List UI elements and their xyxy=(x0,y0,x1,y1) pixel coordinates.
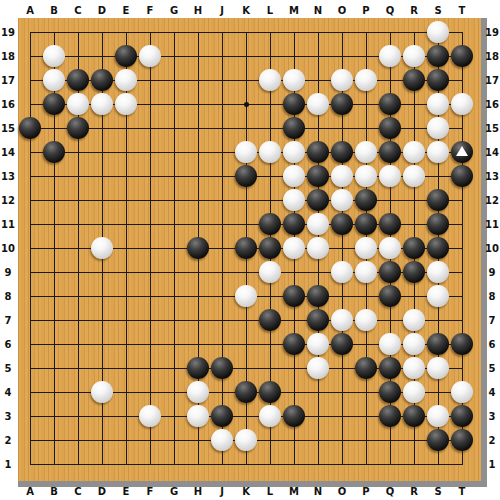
column-label-top: R xyxy=(410,5,418,16)
column-label-top: C xyxy=(74,5,81,16)
stone-black[interactable] xyxy=(403,237,425,259)
stone-black[interactable] xyxy=(427,429,449,451)
column-label-top: D xyxy=(98,5,106,16)
row-label-right: 1 xyxy=(489,459,496,470)
stone-white[interactable] xyxy=(379,237,401,259)
column-label-bottom: F xyxy=(147,486,154,497)
stone-black[interactable] xyxy=(307,165,329,187)
row-label-left: 18 xyxy=(1,51,15,62)
stone-black[interactable] xyxy=(307,309,329,331)
stone-black[interactable] xyxy=(379,285,401,307)
stone-white[interactable] xyxy=(139,405,161,427)
column-label-top: Q xyxy=(386,5,395,16)
row-label-left: 15 xyxy=(1,123,15,134)
stone-black[interactable] xyxy=(283,213,305,235)
stone-white[interactable] xyxy=(91,237,113,259)
column-label-bottom: D xyxy=(98,486,106,497)
column-label-bottom: G xyxy=(170,486,178,497)
column-label-top: O xyxy=(338,5,347,16)
star-point xyxy=(244,102,249,107)
stone-black[interactable] xyxy=(283,333,305,355)
stone-white[interactable] xyxy=(427,21,449,43)
stone-white[interactable] xyxy=(403,333,425,355)
stone-white[interactable] xyxy=(355,261,377,283)
column-label-top: H xyxy=(194,5,202,16)
column-label-top: N xyxy=(314,5,322,16)
column-label-bottom: J xyxy=(220,486,224,497)
row-label-right: 10 xyxy=(485,243,499,254)
column-label-bottom: P xyxy=(362,486,369,497)
stone-white[interactable] xyxy=(283,237,305,259)
stone-black[interactable] xyxy=(43,141,65,163)
column-label-bottom: E xyxy=(123,486,130,497)
stone-black[interactable] xyxy=(259,309,281,331)
stone-black[interactable] xyxy=(427,213,449,235)
stone-black[interactable] xyxy=(331,93,353,115)
column-label-top: A xyxy=(26,5,34,16)
stone-white[interactable] xyxy=(427,261,449,283)
row-label-right: 11 xyxy=(485,219,499,230)
stone-black[interactable] xyxy=(43,93,65,115)
stone-black[interactable] xyxy=(355,189,377,211)
stone-black[interactable] xyxy=(283,117,305,139)
row-label-right: 18 xyxy=(485,51,499,62)
row-label-left: 1 xyxy=(5,459,12,470)
stone-white[interactable] xyxy=(331,165,353,187)
stone-white[interactable] xyxy=(259,69,281,91)
stone-white[interactable] xyxy=(403,165,425,187)
row-label-right: 7 xyxy=(489,315,496,326)
stone-black[interactable] xyxy=(307,141,329,163)
stone-black[interactable] xyxy=(427,45,449,67)
stone-black[interactable] xyxy=(67,117,89,139)
column-label-top: L xyxy=(267,5,273,16)
column-label-top: G xyxy=(170,5,178,16)
stone-white[interactable] xyxy=(331,309,353,331)
stone-black[interactable] xyxy=(19,117,41,139)
row-label-right: 16 xyxy=(485,99,499,110)
column-label-bottom: M xyxy=(289,486,299,497)
row-label-left: 6 xyxy=(5,339,12,350)
stone-white[interactable] xyxy=(139,45,161,67)
stone-white[interactable] xyxy=(187,381,209,403)
stone-white[interactable] xyxy=(427,93,449,115)
stone-white[interactable] xyxy=(259,141,281,163)
stone-black[interactable] xyxy=(379,93,401,115)
stone-black[interactable] xyxy=(451,405,473,427)
stone-white[interactable] xyxy=(403,141,425,163)
column-label-top: E xyxy=(123,5,130,16)
board-grid[interactable] xyxy=(18,18,481,481)
column-label-bottom: Q xyxy=(386,486,395,497)
stone-black[interactable] xyxy=(91,69,113,91)
go-board xyxy=(18,18,487,487)
stone-black[interactable] xyxy=(235,165,257,187)
column-label-bottom: T xyxy=(459,486,466,497)
stone-black[interactable] xyxy=(283,405,305,427)
stone-black[interactable] xyxy=(379,357,401,379)
stone-white[interactable] xyxy=(427,141,449,163)
last-move-marker-icon xyxy=(456,146,468,156)
row-label-right: 17 xyxy=(485,75,499,86)
row-label-left: 12 xyxy=(1,195,15,206)
stone-black[interactable] xyxy=(379,213,401,235)
row-label-left: 17 xyxy=(1,75,15,86)
stone-black[interactable] xyxy=(187,357,209,379)
stone-white[interactable] xyxy=(427,285,449,307)
column-label-bottom: A xyxy=(26,486,34,497)
stone-black[interactable] xyxy=(379,141,401,163)
stone-black[interactable] xyxy=(451,45,473,67)
column-label-top: T xyxy=(459,5,466,16)
stone-white[interactable] xyxy=(43,69,65,91)
column-label-top: J xyxy=(220,5,224,16)
stone-black[interactable] xyxy=(403,261,425,283)
row-label-left: 13 xyxy=(1,171,15,182)
column-label-top: M xyxy=(289,5,299,16)
stone-white[interactable] xyxy=(115,93,137,115)
stone-white[interactable] xyxy=(67,93,89,115)
stone-black[interactable] xyxy=(187,237,209,259)
stone-black[interactable] xyxy=(427,69,449,91)
stone-white[interactable] xyxy=(259,261,281,283)
stone-black[interactable] xyxy=(427,237,449,259)
row-label-right: 9 xyxy=(489,267,496,278)
stone-black[interactable] xyxy=(427,333,449,355)
stone-black[interactable] xyxy=(379,381,401,403)
stone-white[interactable] xyxy=(283,189,305,211)
stone-black[interactable] xyxy=(451,165,473,187)
stone-white[interactable] xyxy=(331,261,353,283)
stone-black[interactable] xyxy=(235,237,257,259)
stone-black[interactable] xyxy=(331,141,353,163)
stone-black[interactable] xyxy=(283,93,305,115)
stone-black[interactable] xyxy=(259,237,281,259)
stone-black[interactable] xyxy=(379,117,401,139)
stone-black[interactable] xyxy=(379,405,401,427)
column-label-bottom: L xyxy=(267,486,273,497)
column-label-bottom: S xyxy=(434,486,441,497)
stone-white[interactable] xyxy=(331,69,353,91)
stone-black[interactable] xyxy=(67,69,89,91)
stone-white[interactable] xyxy=(115,69,137,91)
column-label-top: B xyxy=(50,5,58,16)
column-label-top: P xyxy=(362,5,369,16)
row-label-right: 6 xyxy=(489,339,496,350)
stone-white[interactable] xyxy=(307,237,329,259)
column-label-bottom: K xyxy=(242,486,250,497)
stone-white[interactable] xyxy=(283,165,305,187)
stone-black[interactable] xyxy=(307,285,329,307)
row-label-left: 16 xyxy=(1,99,15,110)
stone-white[interactable] xyxy=(307,213,329,235)
stone-black[interactable] xyxy=(379,261,401,283)
row-label-right: 5 xyxy=(489,363,496,374)
stone-white[interactable] xyxy=(307,333,329,355)
stone-white[interactable] xyxy=(259,405,281,427)
stone-white[interactable] xyxy=(427,357,449,379)
stone-black[interactable] xyxy=(331,333,353,355)
row-label-right: 13 xyxy=(485,171,499,182)
stone-white[interactable] xyxy=(91,381,113,403)
stone-white[interactable] xyxy=(427,117,449,139)
stone-white[interactable] xyxy=(403,381,425,403)
stone-white[interactable] xyxy=(307,93,329,115)
stone-black[interactable] xyxy=(259,381,281,403)
stone-white[interactable] xyxy=(307,357,329,379)
stone-black[interactable] xyxy=(331,213,353,235)
stone-white[interactable] xyxy=(187,405,209,427)
stone-white[interactable] xyxy=(355,165,377,187)
grid-line-horizontal xyxy=(30,464,463,465)
stone-black[interactable] xyxy=(259,213,281,235)
row-label-right: 2 xyxy=(489,435,496,446)
stone-white[interactable] xyxy=(403,45,425,67)
stone-white[interactable] xyxy=(235,429,257,451)
stone-white[interactable] xyxy=(451,93,473,115)
row-label-left: 11 xyxy=(1,219,15,230)
stone-black[interactable] xyxy=(451,141,473,163)
grid-line-horizontal xyxy=(30,320,463,321)
stone-white[interactable] xyxy=(355,309,377,331)
stone-white[interactable] xyxy=(91,93,113,115)
stone-black[interactable] xyxy=(355,213,377,235)
stone-white[interactable] xyxy=(355,237,377,259)
stone-black[interactable] xyxy=(451,333,473,355)
row-label-left: 5 xyxy=(5,363,12,374)
stone-white[interactable] xyxy=(235,285,257,307)
row-label-right: 15 xyxy=(485,123,499,134)
column-label-bottom: H xyxy=(194,486,202,497)
column-label-bottom: R xyxy=(410,486,418,497)
column-label-bottom: O xyxy=(338,486,347,497)
row-label-left: 4 xyxy=(5,387,12,398)
row-label-right: 8 xyxy=(489,291,496,302)
stone-black[interactable] xyxy=(355,357,377,379)
row-label-right: 19 xyxy=(485,27,499,38)
stone-black[interactable] xyxy=(283,285,305,307)
stone-black[interactable] xyxy=(211,357,233,379)
column-label-bottom: N xyxy=(314,486,322,497)
stone-white[interactable] xyxy=(379,333,401,355)
row-label-right: 14 xyxy=(485,147,499,158)
column-label-bottom: B xyxy=(50,486,58,497)
stone-white[interactable] xyxy=(235,141,257,163)
row-label-left: 8 xyxy=(5,291,12,302)
stone-black[interactable] xyxy=(307,189,329,211)
stone-white[interactable] xyxy=(379,165,401,187)
row-label-right: 4 xyxy=(489,387,496,398)
column-label-top: S xyxy=(434,5,441,16)
stone-white[interactable] xyxy=(211,429,233,451)
column-label-top: K xyxy=(242,5,250,16)
stone-white[interactable] xyxy=(283,69,305,91)
column-label-bottom: C xyxy=(74,486,81,497)
stone-white[interactable] xyxy=(331,189,353,211)
stone-white[interactable] xyxy=(403,309,425,331)
stone-white[interactable] xyxy=(43,45,65,67)
row-label-left: 14 xyxy=(1,147,15,158)
row-label-left: 3 xyxy=(5,411,12,422)
stone-white[interactable] xyxy=(427,405,449,427)
stone-white[interactable] xyxy=(379,45,401,67)
row-label-right: 12 xyxy=(485,195,499,206)
stone-black[interactable] xyxy=(115,45,137,67)
stone-white[interactable] xyxy=(283,141,305,163)
column-label-top: F xyxy=(147,5,154,16)
stone-black[interactable] xyxy=(211,405,233,427)
stone-white[interactable] xyxy=(355,69,377,91)
stone-white[interactable] xyxy=(355,141,377,163)
row-label-left: 2 xyxy=(5,435,12,446)
row-label-left: 19 xyxy=(1,27,15,38)
stone-black[interactable] xyxy=(403,405,425,427)
row-label-right: 3 xyxy=(489,411,496,422)
stone-black[interactable] xyxy=(451,429,473,451)
row-label-left: 10 xyxy=(1,243,15,254)
row-label-left: 9 xyxy=(5,267,12,278)
stone-black[interactable] xyxy=(235,381,257,403)
stone-white[interactable] xyxy=(451,381,473,403)
row-label-left: 7 xyxy=(5,315,12,326)
stone-white[interactable] xyxy=(403,357,425,379)
stone-black[interactable] xyxy=(403,69,425,91)
stone-black[interactable] xyxy=(427,189,449,211)
